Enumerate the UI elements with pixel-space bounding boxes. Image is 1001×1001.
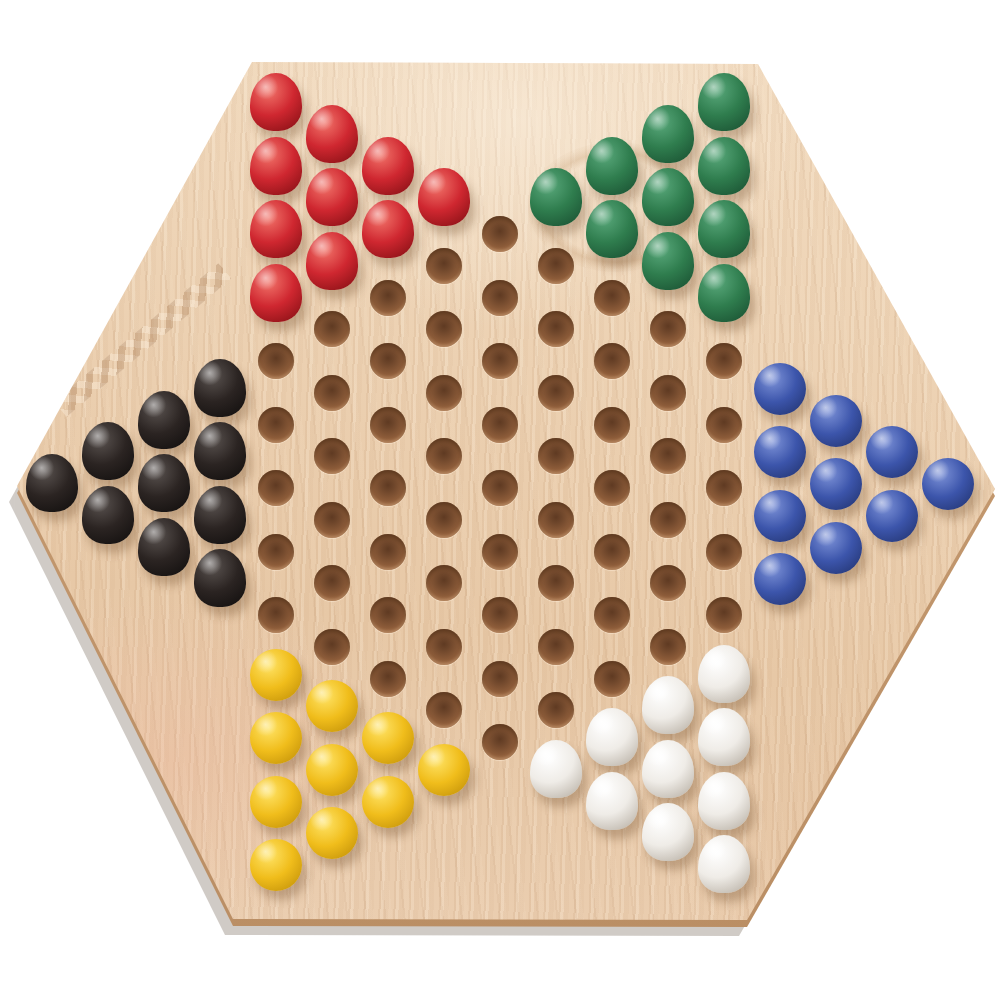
peg-green[interactable] (698, 264, 750, 322)
hole-col9-row9[interactable] (482, 724, 518, 760)
hole-col6-row9[interactable] (314, 629, 350, 665)
peg-yellow[interactable] (362, 776, 414, 828)
hole-col10-row6[interactable] (538, 502, 574, 538)
peg-yellow[interactable] (250, 649, 302, 701)
hole-col8-row6[interactable] (426, 502, 462, 538)
peg-black[interactable] (138, 454, 190, 512)
peg-green[interactable] (698, 200, 750, 258)
hole-col10-row8[interactable] (538, 629, 574, 665)
peg-red[interactable] (250, 73, 302, 131)
hole-col7-row4[interactable] (370, 343, 406, 379)
peg-white[interactable] (698, 772, 750, 830)
hole-col13-row6[interactable] (706, 407, 742, 443)
hole-col10-row2[interactable] (538, 248, 574, 284)
peg-yellow[interactable] (306, 807, 358, 859)
peg-blue[interactable] (754, 490, 806, 542)
peg-black[interactable] (82, 422, 134, 480)
peg-green[interactable] (642, 105, 694, 163)
peg-black[interactable] (138, 391, 190, 449)
peg-white[interactable] (698, 645, 750, 703)
peg-yellow[interactable] (362, 712, 414, 764)
peg-yellow[interactable] (250, 712, 302, 764)
hole-col10-row9[interactable] (538, 692, 574, 728)
hole-col13-row9[interactable] (706, 597, 742, 633)
peg-blue[interactable] (810, 458, 862, 510)
hole-col12-row8[interactable] (650, 565, 686, 601)
hole-col13-row7[interactable] (706, 470, 742, 506)
peg-white[interactable] (642, 740, 694, 798)
peg-green[interactable] (586, 200, 638, 258)
peg-blue[interactable] (810, 522, 862, 574)
peg-blue[interactable] (922, 458, 974, 510)
peg-red[interactable] (362, 200, 414, 258)
hole-col6-row8[interactable] (314, 565, 350, 601)
hole-col12-row5[interactable] (650, 375, 686, 411)
peg-white[interactable] (586, 772, 638, 830)
hole-col9-row8[interactable] (482, 661, 518, 697)
peg-red[interactable] (418, 168, 470, 226)
hole-col6-row4[interactable] (314, 311, 350, 347)
peg-blue[interactable] (754, 553, 806, 605)
peg-white[interactable] (642, 803, 694, 861)
peg-red[interactable] (250, 137, 302, 195)
hole-col11-row4[interactable] (594, 343, 630, 379)
hole-col10-row4[interactable] (538, 375, 574, 411)
hole-col7-row3[interactable] (370, 280, 406, 316)
peg-green[interactable] (642, 168, 694, 226)
hole-col11-row7[interactable] (594, 534, 630, 570)
hole-col6-row7[interactable] (314, 502, 350, 538)
peg-red[interactable] (250, 200, 302, 258)
peg-black[interactable] (194, 422, 246, 480)
hole-col9-row5[interactable] (482, 470, 518, 506)
peg-white[interactable] (642, 676, 694, 734)
hole-col10-row3[interactable] (538, 311, 574, 347)
hole-col7-row7[interactable] (370, 534, 406, 570)
hole-col8-row3[interactable] (426, 311, 462, 347)
peg-black[interactable] (82, 486, 134, 544)
hole-col7-row6[interactable] (370, 470, 406, 506)
peg-red[interactable] (362, 137, 414, 195)
hole-col11-row3[interactable] (594, 280, 630, 316)
hole-col10-row7[interactable] (538, 565, 574, 601)
peg-green[interactable] (698, 137, 750, 195)
hole-col12-row9[interactable] (650, 629, 686, 665)
hole-col8-row2[interactable] (426, 248, 462, 284)
hole-col11-row5[interactable] (594, 407, 630, 443)
peg-black[interactable] (138, 518, 190, 576)
hole-col5-row7[interactable] (258, 470, 294, 506)
board-cells (0, 0, 1001, 1001)
hole-col8-row5[interactable] (426, 438, 462, 474)
hole-col13-row8[interactable] (706, 534, 742, 570)
hole-col5-row6[interactable] (258, 407, 294, 443)
peg-yellow[interactable] (306, 744, 358, 796)
peg-red[interactable] (306, 168, 358, 226)
hole-col11-row9[interactable] (594, 661, 630, 697)
hole-col5-row9[interactable] (258, 597, 294, 633)
peg-blue[interactable] (754, 363, 806, 415)
peg-white[interactable] (698, 835, 750, 893)
peg-green[interactable] (698, 73, 750, 131)
hole-col9-row4[interactable] (482, 407, 518, 443)
chinese-checkers-scene (0, 0, 1001, 1001)
hole-col9-row3[interactable] (482, 343, 518, 379)
peg-blue[interactable] (754, 426, 806, 478)
peg-blue[interactable] (810, 395, 862, 447)
peg-green[interactable] (642, 232, 694, 290)
hole-col12-row7[interactable] (650, 502, 686, 538)
hole-col7-row8[interactable] (370, 597, 406, 633)
peg-red[interactable] (250, 264, 302, 322)
peg-green[interactable] (586, 137, 638, 195)
peg-blue[interactable] (866, 490, 918, 542)
peg-blue[interactable] (866, 426, 918, 478)
hole-col7-row5[interactable] (370, 407, 406, 443)
peg-yellow[interactable] (418, 744, 470, 796)
hole-col12-row6[interactable] (650, 438, 686, 474)
peg-white[interactable] (530, 740, 582, 798)
hole-col8-row8[interactable] (426, 629, 462, 665)
peg-black[interactable] (194, 549, 246, 607)
hole-col9-row6[interactable] (482, 534, 518, 570)
hole-col10-row5[interactable] (538, 438, 574, 474)
hole-col8-row4[interactable] (426, 375, 462, 411)
hole-col12-row4[interactable] (650, 311, 686, 347)
hole-col11-row8[interactable] (594, 597, 630, 633)
hole-col5-row5[interactable] (258, 343, 294, 379)
peg-yellow[interactable] (250, 839, 302, 891)
hole-col6-row6[interactable] (314, 438, 350, 474)
peg-black[interactable] (26, 454, 78, 512)
hole-col13-row5[interactable] (706, 343, 742, 379)
hole-col5-row8[interactable] (258, 534, 294, 570)
peg-green[interactable] (530, 168, 582, 226)
hole-col11-row6[interactable] (594, 470, 630, 506)
peg-red[interactable] (306, 232, 358, 290)
peg-black[interactable] (194, 486, 246, 544)
hole-col9-row1[interactable] (482, 216, 518, 252)
hole-col9-row7[interactable] (482, 597, 518, 633)
peg-yellow[interactable] (250, 776, 302, 828)
hole-col7-row9[interactable] (370, 661, 406, 697)
peg-yellow[interactable] (306, 680, 358, 732)
peg-white[interactable] (586, 708, 638, 766)
peg-white[interactable] (698, 708, 750, 766)
hole-col8-row9[interactable] (426, 692, 462, 728)
peg-black[interactable] (194, 359, 246, 417)
hole-col9-row2[interactable] (482, 280, 518, 316)
hole-col6-row5[interactable] (314, 375, 350, 411)
hole-col8-row7[interactable] (426, 565, 462, 601)
peg-red[interactable] (306, 105, 358, 163)
